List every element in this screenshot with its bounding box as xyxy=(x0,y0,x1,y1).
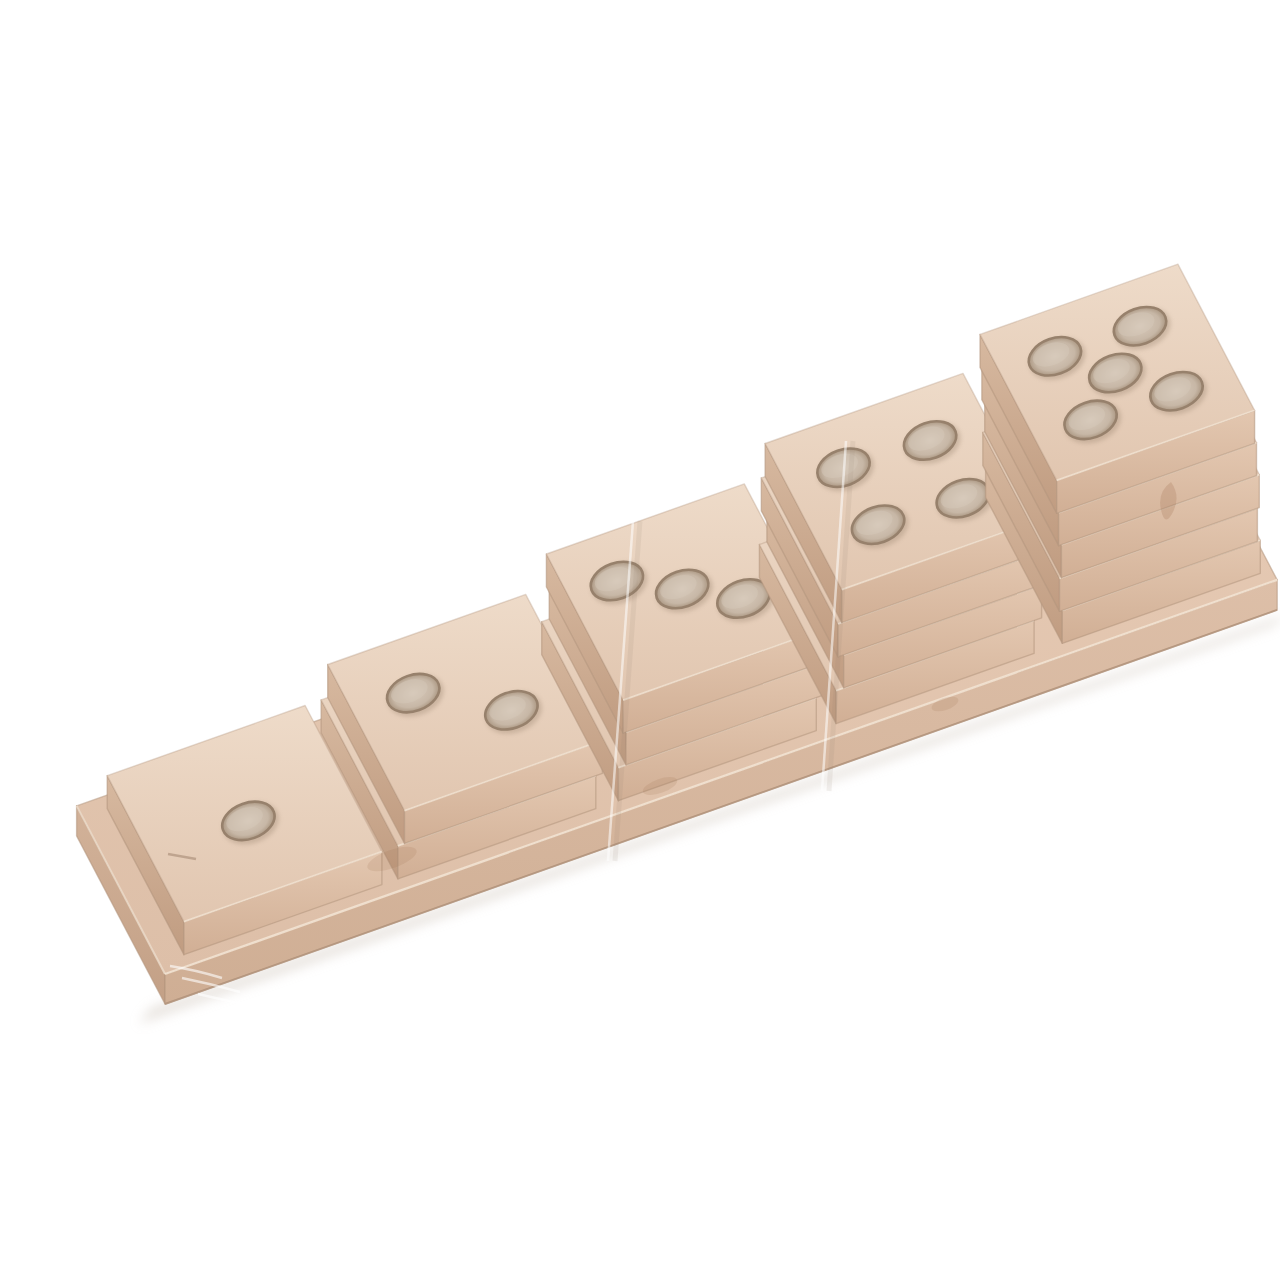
drawing-root xyxy=(77,264,1280,1024)
product-photo xyxy=(40,16,1280,1280)
wooden-stacker-scene xyxy=(40,16,1280,1280)
